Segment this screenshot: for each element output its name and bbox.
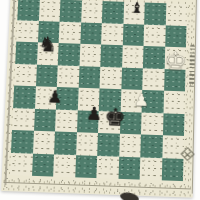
square-g7	[144, 24, 166, 46]
square-c1	[53, 154, 75, 177]
square-a3	[12, 108, 34, 131]
chess-board-grid: ♞♝♚♟♟♟♚	[10, 0, 187, 181]
square-g2	[140, 134, 162, 157]
square-d8	[81, 0, 103, 22]
chessboard-photo: ♞♝♚♟♟♟♚	[0, 0, 200, 200]
square-f5	[121, 67, 143, 90]
square-a1	[10, 152, 33, 175]
square-d2	[76, 132, 98, 155]
square-e6	[100, 44, 122, 67]
square-b8	[38, 0, 60, 21]
square-h3	[162, 113, 184, 136]
square-b3	[34, 108, 56, 131]
square-c6	[58, 43, 80, 66]
square-e2	[97, 133, 119, 156]
square-f1	[118, 156, 140, 179]
square-b5	[36, 64, 58, 87]
square-d6	[79, 44, 101, 67]
square-d7	[80, 22, 102, 44]
square-h1	[161, 158, 183, 181]
black-pawn: ♟	[44, 88, 66, 105]
square-a4	[13, 85, 35, 108]
square-g6	[143, 46, 165, 69]
square-g1	[140, 157, 162, 180]
square-a2	[11, 130, 34, 153]
square-h4	[163, 91, 185, 114]
square-d1	[75, 155, 97, 178]
square-c8	[60, 0, 82, 22]
square-c7	[59, 21, 81, 43]
brand-lettering-marking	[189, 45, 195, 88]
square-g3	[141, 112, 163, 135]
square-e7	[101, 23, 123, 45]
white-pawn: ♟	[130, 91, 152, 109]
black-king: ♚	[104, 105, 126, 130]
square-e1	[96, 155, 118, 178]
square-g5	[142, 68, 164, 91]
square-h8	[165, 3, 187, 25]
square-a8	[17, 0, 39, 21]
black-bishop: ♝	[126, 0, 148, 15]
board-right-edge-line	[191, 0, 197, 194]
square-e8	[102, 1, 124, 23]
board-bottom-edge-line	[3, 181, 190, 189]
square-f2	[119, 134, 141, 157]
square-d5	[78, 66, 100, 89]
square-a6	[15, 42, 37, 65]
chess-board-mat: ♞♝♚♟♟♟♚	[1, 0, 197, 198]
black-knight: ♞	[37, 34, 59, 55]
square-a7	[16, 20, 38, 42]
square-f7	[122, 23, 144, 45]
square-a5	[14, 63, 36, 86]
square-c2	[54, 131, 76, 154]
square-b2	[33, 131, 55, 154]
square-b1	[32, 153, 55, 176]
square-f6	[122, 45, 144, 68]
square-c5	[57, 65, 79, 88]
black-pawn: ♟	[83, 104, 105, 123]
square-c3	[55, 109, 77, 132]
white-king: ♚	[164, 48, 186, 73]
square-e5	[100, 66, 122, 89]
square-h7	[165, 25, 187, 48]
